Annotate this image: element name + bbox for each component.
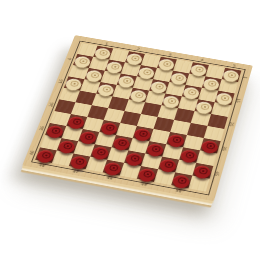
dark-square: ●: [192, 163, 213, 179]
red-checker-piece: ●: [199, 137, 221, 155]
dark-square: ●: [161, 93, 181, 108]
dark-square: ●: [137, 166, 158, 182]
squares-grid: ●●●●●●●●●●●●●●●●●●●●●●●●●●●●●●●●●●●●●●●●: [35, 43, 241, 192]
coordinate-label-left: 36: [39, 126, 45, 131]
coordinate-label-right: 5: [242, 76, 247, 79]
coordinate-label-left: 46: [29, 150, 35, 155]
coordinate-label-right: 25: [228, 121, 234, 126]
dark-square: ●: [222, 68, 242, 82]
dark-square: ●: [215, 91, 235, 106]
coordinate-label-right: 35: [221, 146, 227, 151]
dark-square: ●: [129, 88, 149, 102]
coordinate-label-right: 45: [214, 171, 220, 176]
checkers-board: ●●●●●●●●●●●●●●●●●●●●●●●●●●●●●●●●●●●●●●●●…: [22, 35, 253, 201]
red-checker-piece: ●: [192, 162, 214, 180]
coordinate-label-left: 26: [49, 102, 55, 107]
dark-square: ●: [200, 138, 221, 153]
light-checker-piece: ●: [221, 67, 242, 83]
dark-square: ●: [195, 99, 215, 114]
dark-square: ●: [171, 172, 192, 188]
coordinate-label-right: 15: [235, 98, 241, 103]
light-checker-piece: ●: [214, 90, 235, 107]
coordinate-label-left: 16: [58, 79, 64, 84]
product-photo-scene: ●●●●●●●●●●●●●●●●●●●●●●●●●●●●●●●●●●●●●●●●…: [0, 0, 260, 260]
coordinate-label-left: 6: [68, 57, 73, 60]
